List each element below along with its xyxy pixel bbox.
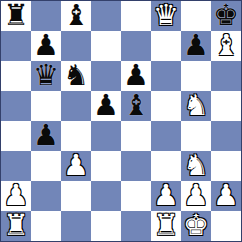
white-pawn: ♟ [183,181,209,210]
square-a7[interactable] [1,31,31,61]
square-e1[interactable] [121,211,151,241]
white-pawn: ♟ [3,181,29,210]
square-g7[interactable]: ♟ [181,31,211,61]
square-h6[interactable] [211,61,241,91]
square-f3[interactable] [151,151,181,181]
chess-board: ♜♝♛♚♟♟♝♛♞♟♟♝♞♟♟♞♟♟♟♟♜♜♚ [0,0,242,242]
black-pawn: ♟ [183,31,209,60]
black-rook: ♜ [3,1,29,30]
white-queen: ♛ [153,1,179,30]
square-c4[interactable] [61,121,91,151]
square-f4[interactable] [151,121,181,151]
white-pawn: ♟ [153,181,179,210]
square-a1[interactable]: ♜ [1,211,31,241]
square-a5[interactable] [1,91,31,121]
square-a8[interactable]: ♜ [1,1,31,31]
square-a2[interactable]: ♟ [1,181,31,211]
white-pawn: ♟ [213,181,239,210]
square-h2[interactable]: ♟ [211,181,241,211]
square-g5[interactable]: ♞ [181,91,211,121]
square-b6[interactable]: ♛ [31,61,61,91]
square-g6[interactable] [181,61,211,91]
square-c6[interactable]: ♞ [61,61,91,91]
square-a6[interactable] [1,61,31,91]
square-g3[interactable]: ♞ [181,151,211,181]
square-b4[interactable]: ♟ [31,121,61,151]
black-king: ♚ [213,1,239,30]
square-d8[interactable] [91,1,121,31]
white-knight: ♞ [183,151,209,180]
white-rook: ♜ [3,211,29,240]
square-c8[interactable]: ♝ [61,1,91,31]
black-bishop: ♝ [123,91,149,120]
square-b2[interactable] [31,181,61,211]
black-pawn: ♟ [93,91,119,120]
square-f2[interactable]: ♟ [151,181,181,211]
square-g2[interactable]: ♟ [181,181,211,211]
square-d2[interactable] [91,181,121,211]
square-d7[interactable] [91,31,121,61]
black-bishop: ♝ [63,1,89,30]
square-c7[interactable] [61,31,91,61]
square-b1[interactable] [31,211,61,241]
square-d3[interactable] [91,151,121,181]
square-f7[interactable] [151,31,181,61]
square-f8[interactable]: ♛ [151,1,181,31]
square-b8[interactable] [31,1,61,31]
square-g4[interactable] [181,121,211,151]
square-e6[interactable]: ♟ [121,61,151,91]
square-e4[interactable] [121,121,151,151]
square-f5[interactable] [151,91,181,121]
square-c2[interactable] [61,181,91,211]
white-bishop: ♝ [213,31,239,60]
square-h4[interactable] [211,121,241,151]
square-b7[interactable]: ♟ [31,31,61,61]
white-pawn: ♟ [63,151,89,180]
black-pawn: ♟ [123,61,149,90]
black-pawn: ♟ [33,121,59,150]
square-g8[interactable] [181,1,211,31]
black-queen: ♛ [33,61,59,90]
white-king: ♚ [183,211,209,240]
square-e8[interactable] [121,1,151,31]
square-f6[interactable] [151,61,181,91]
square-e2[interactable] [121,181,151,211]
square-c1[interactable] [61,211,91,241]
square-h7[interactable]: ♝ [211,31,241,61]
square-b3[interactable] [31,151,61,181]
square-c5[interactable] [61,91,91,121]
square-d4[interactable] [91,121,121,151]
square-h5[interactable] [211,91,241,121]
white-knight: ♞ [183,91,209,120]
square-a4[interactable] [1,121,31,151]
square-e3[interactable] [121,151,151,181]
square-h3[interactable] [211,151,241,181]
square-d5[interactable]: ♟ [91,91,121,121]
black-knight: ♞ [63,61,89,90]
square-e7[interactable] [121,31,151,61]
square-h1[interactable] [211,211,241,241]
square-c3[interactable]: ♟ [61,151,91,181]
square-d6[interactable] [91,61,121,91]
black-pawn: ♟ [33,31,59,60]
square-h8[interactable]: ♚ [211,1,241,31]
square-f1[interactable]: ♜ [151,211,181,241]
white-rook: ♜ [153,211,179,240]
square-b5[interactable] [31,91,61,121]
square-g1[interactable]: ♚ [181,211,211,241]
square-d1[interactable] [91,211,121,241]
square-a3[interactable] [1,151,31,181]
square-e5[interactable]: ♝ [121,91,151,121]
